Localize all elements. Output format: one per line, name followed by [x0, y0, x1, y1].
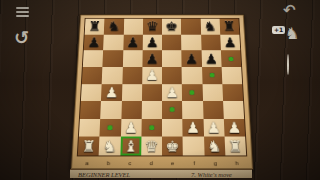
square-d2[interactable] — [141, 119, 162, 137]
piece-black-rook: ♜ — [222, 20, 236, 34]
square-h2[interactable]: ♟ — [224, 119, 246, 137]
square-e7[interactable] — [162, 34, 182, 50]
chess-app-screen: ↺ ↶ +1 ♞ ♜♞♛♚♞♜♟♟♟♟♟♟♟♟♟♟♟♟♟♟♜♞♝♛♚♞♜ abc… — [0, 0, 320, 180]
menu-button[interactable] — [16, 7, 29, 19]
hint-button[interactable] — [287, 55, 299, 71]
square-a6[interactable] — [83, 50, 103, 66]
file-coordinates: abcdefgh — [76, 158, 248, 168]
piece-white-pawn: ♟ — [105, 85, 119, 100]
square-f8[interactable] — [181, 19, 201, 35]
piece-white-rook: ♜ — [81, 138, 96, 154]
file-label-g: g — [205, 158, 227, 168]
square-a8[interactable]: ♜ — [85, 19, 105, 35]
file-label-e: e — [162, 158, 183, 168]
square-h7[interactable]: ♟ — [220, 34, 240, 50]
piece-white-knight: ♞ — [102, 138, 117, 154]
square-a3[interactable] — [80, 101, 101, 119]
piece-white-pawn: ♟ — [165, 85, 179, 100]
square-e8[interactable]: ♚ — [162, 19, 181, 35]
square-c5[interactable] — [122, 67, 142, 84]
piece-white-king: ♚ — [165, 138, 179, 154]
move-indicator: 7. White's move — [191, 170, 232, 179]
square-d3[interactable] — [141, 101, 162, 119]
square-g5[interactable] — [202, 67, 223, 84]
square-c4[interactable] — [121, 84, 142, 101]
square-h5[interactable] — [221, 67, 242, 84]
square-e2[interactable] — [162, 119, 183, 137]
square-g7[interactable] — [201, 34, 221, 50]
lightbulb-icon — [287, 55, 289, 74]
move-dot-g5 — [209, 73, 214, 77]
square-e6[interactable] — [162, 50, 182, 66]
square-c8[interactable] — [123, 19, 143, 35]
status-bar: BEGINNER LEVEL 7. White's move — [70, 169, 252, 178]
square-d8[interactable]: ♛ — [143, 19, 162, 35]
square-g2[interactable]: ♟ — [203, 119, 224, 137]
square-b1[interactable]: ♞ — [99, 137, 121, 156]
square-b7[interactable] — [103, 34, 123, 50]
move-dot-h6 — [228, 57, 233, 61]
square-b5[interactable] — [102, 67, 123, 84]
square-a1[interactable]: ♜ — [78, 137, 100, 156]
plus-one-badge: +1 — [272, 26, 285, 34]
board-frame: ♜♞♛♚♞♜♟♟♟♟♟♟♟♟♟♟♟♟♟♟♜♞♝♛♚♞♜ abcdefgh — [70, 14, 254, 170]
level-label: BEGINNER LEVEL — [78, 170, 130, 179]
piece-black-pawn: ♟ — [145, 52, 158, 66]
square-h4[interactable] — [222, 84, 243, 101]
piece-white-pawn: ♟ — [186, 120, 200, 136]
file-label-h: h — [226, 158, 248, 168]
square-b6[interactable] — [103, 50, 123, 66]
square-f6[interactable]: ♟ — [182, 50, 202, 66]
piece-white-pawn: ♟ — [124, 120, 138, 136]
square-b8[interactable]: ♞ — [104, 19, 124, 35]
piece-white-knight: ♞ — [207, 138, 222, 154]
square-d1[interactable]: ♛ — [141, 137, 162, 156]
move-dot-d2 — [149, 125, 154, 130]
square-h3[interactable] — [223, 101, 244, 119]
square-b3[interactable] — [100, 101, 121, 119]
move-dot-b2 — [108, 125, 113, 130]
square-e4[interactable]: ♟ — [162, 84, 182, 101]
move-dot-f4 — [190, 90, 195, 94]
square-c3[interactable] — [121, 101, 142, 119]
piece-white-bishop: ♝ — [123, 138, 137, 154]
square-c6[interactable] — [122, 50, 142, 66]
piece-white-pawn: ♟ — [227, 120, 242, 136]
square-b2[interactable] — [100, 119, 121, 137]
square-d5[interactable]: ♟ — [142, 67, 162, 84]
square-e1[interactable]: ♚ — [162, 137, 183, 156]
piece-white-rook: ♜ — [228, 138, 243, 154]
square-d7[interactable]: ♟ — [142, 34, 162, 50]
undo-move-button[interactable]: ↶ — [283, 2, 296, 18]
piece-black-queen: ♛ — [146, 20, 159, 34]
square-h6[interactable] — [221, 50, 241, 66]
piece-black-pawn: ♟ — [185, 52, 199, 66]
square-c2[interactable]: ♟ — [120, 119, 141, 137]
file-label-c: c — [119, 158, 141, 168]
square-e5[interactable] — [162, 67, 182, 84]
rotate-icon: ↺ — [14, 27, 29, 48]
file-label-d: d — [141, 158, 162, 168]
square-h8[interactable]: ♜ — [219, 19, 239, 35]
piece-black-pawn: ♟ — [126, 35, 139, 49]
square-f3[interactable] — [182, 101, 203, 119]
board-grid: ♜♞♛♚♞♜♟♟♟♟♟♟♟♟♟♟♟♟♟♟♜♞♝♛♚♞♜ — [77, 18, 247, 157]
square-a4[interactable] — [81, 84, 102, 101]
opponent-level-button[interactable]: +1 ♞ — [272, 25, 304, 43]
file-label-f: f — [183, 158, 205, 168]
knight-icon: ♞ — [285, 25, 299, 43]
piece-black-pawn: ♟ — [146, 35, 159, 49]
square-c7[interactable]: ♟ — [123, 34, 143, 50]
square-a7[interactable]: ♟ — [84, 34, 104, 50]
square-f1[interactable] — [183, 137, 204, 156]
piece-black-pawn: ♟ — [223, 35, 237, 49]
file-label-a: a — [76, 158, 98, 168]
square-a5[interactable] — [82, 67, 103, 84]
undo-icon: ↶ — [283, 1, 296, 19]
square-h1[interactable]: ♜ — [224, 137, 246, 156]
piece-white-pawn: ♟ — [145, 68, 159, 83]
chess-board: ♜♞♛♚♞♜♟♟♟♟♟♟♟♟♟♟♟♟♟♟♜♞♝♛♚♞♜ abcdefgh — [70, 14, 254, 170]
piece-black-knight: ♞ — [107, 20, 120, 34]
square-b4[interactable]: ♟ — [101, 84, 122, 101]
file-label-b: b — [98, 158, 120, 168]
square-a2[interactable] — [79, 119, 101, 137]
piece-black-king: ♚ — [165, 20, 178, 34]
rotate-board-button[interactable]: ↺ — [14, 29, 29, 47]
square-g4[interactable] — [202, 84, 223, 101]
square-c1[interactable]: ♝ — [120, 137, 141, 156]
square-g1[interactable]: ♞ — [204, 137, 226, 156]
square-g6[interactable]: ♟ — [201, 50, 221, 66]
square-d4[interactable] — [142, 84, 162, 101]
square-g8[interactable]: ♞ — [200, 19, 220, 35]
piece-black-pawn: ♟ — [87, 35, 101, 49]
piece-black-rook: ♜ — [88, 20, 102, 34]
square-f2[interactable]: ♟ — [183, 119, 204, 137]
square-g3[interactable] — [203, 101, 224, 119]
square-d6[interactable]: ♟ — [142, 50, 162, 66]
square-f7[interactable] — [181, 34, 201, 50]
piece-black-knight: ♞ — [203, 20, 216, 34]
square-f4[interactable] — [182, 84, 203, 101]
move-dot-e3 — [170, 108, 175, 113]
piece-white-pawn: ♟ — [206, 120, 220, 136]
square-e3[interactable] — [162, 101, 183, 119]
square-f5[interactable] — [182, 67, 202, 84]
piece-black-pawn: ♟ — [204, 52, 218, 66]
piece-white-queen: ♛ — [144, 138, 158, 154]
hamburger-icon — [16, 7, 29, 17]
